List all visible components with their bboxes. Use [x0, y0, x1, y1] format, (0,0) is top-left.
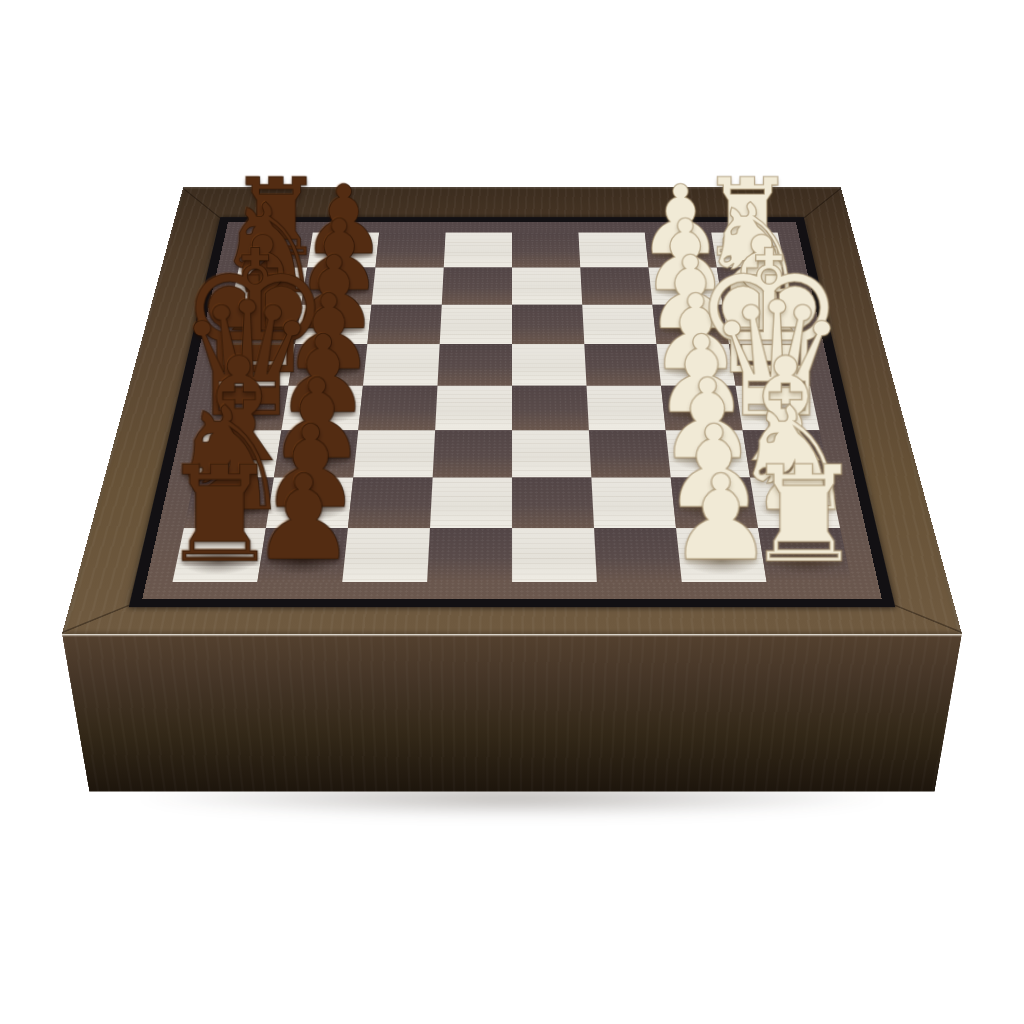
- board-leather-border: ♜♟♟♜♞♟♟♞♝♟♟♝♚♟♟♚♛♟♟♛♝♟♟♝♞♟♟♞♜♟♟♜: [142, 222, 882, 600]
- frame-miter-seam: [894, 605, 962, 634]
- frame-miter-seam: [62, 605, 130, 634]
- square-a7[interactable]: ♟: [257, 528, 348, 582]
- box-frame-front-face: [62, 634, 962, 792]
- box-frame-top-face: ♜♟♟♜♞♟♟♞♝♟♟♝♚♟♟♚♛♟♟♛♝♟♟♝♞♟♟♞♜♟♟♜: [62, 187, 962, 634]
- square-a1[interactable]: ♜: [758, 528, 851, 582]
- chess-set-photo: ♜♟♟♜♞♟♟♞♝♟♟♝♚♟♟♚♛♟♟♛♝♟♟♝♞♟♟♞♜♟♟♜: [0, 0, 1024, 1024]
- board-mat-black-edge: ♜♟♟♜♞♟♟♞♝♟♟♝♚♟♟♚♛♟♟♛♝♟♟♝♞♟♟♞♜♟♟♜: [129, 217, 896, 607]
- front-edge-highlight: [62, 634, 962, 637]
- piece-white-rook[interactable]: ♜: [638, 448, 969, 581]
- piece-black-pawn[interactable]: ♟: [138, 460, 469, 578]
- chess-board: ♜♟♟♜♞♟♟♞♝♟♟♝♚♟♟♚♛♟♟♛♝♟♟♝♞♟♟♞♜♟♟♜: [172, 232, 851, 582]
